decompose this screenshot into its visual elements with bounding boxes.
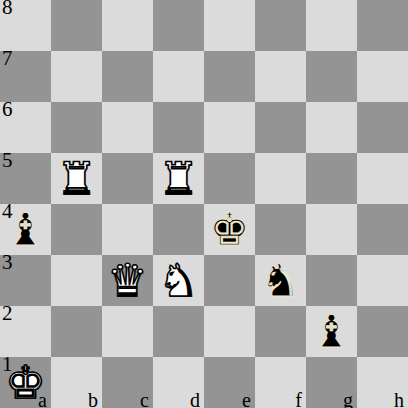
square-b6[interactable] — [51, 102, 102, 153]
square-f1[interactable]: f — [255, 357, 306, 408]
square-e4[interactable]: ♚ — [204, 204, 255, 255]
square-f7[interactable] — [255, 51, 306, 102]
square-a2[interactable]: 2 — [0, 306, 51, 357]
square-b5[interactable]: ♜ — [51, 153, 102, 204]
square-e1[interactable]: e — [204, 357, 255, 408]
rank-label-3: 3 — [2, 251, 13, 274]
rank-label-7: 7 — [2, 47, 13, 70]
square-d7[interactable] — [153, 51, 204, 102]
square-c1[interactable]: c — [102, 357, 153, 408]
rank-label-2: 2 — [2, 302, 13, 325]
square-e3[interactable] — [204, 255, 255, 306]
square-c5[interactable] — [102, 153, 153, 204]
file-label-h: h — [394, 389, 404, 408]
square-c4[interactable] — [102, 204, 153, 255]
square-e6[interactable] — [204, 102, 255, 153]
file-label-b: b — [88, 389, 98, 408]
piece-white-knight-d3[interactable]: ♞ — [153, 255, 204, 306]
square-h7[interactable] — [357, 51, 408, 102]
square-h6[interactable] — [357, 102, 408, 153]
square-d1[interactable]: d — [153, 357, 204, 408]
square-b2[interactable] — [51, 306, 102, 357]
piece-white-rook-b5[interactable]: ♜ — [51, 153, 102, 204]
piece-white-queen-c3[interactable]: ♛ — [102, 255, 153, 306]
square-c8[interactable] — [102, 0, 153, 51]
square-g3[interactable] — [306, 255, 357, 306]
square-a3[interactable]: 3 — [0, 255, 51, 306]
square-b4[interactable] — [51, 204, 102, 255]
square-c7[interactable] — [102, 51, 153, 102]
square-h2[interactable] — [357, 306, 408, 357]
square-g6[interactable] — [306, 102, 357, 153]
square-f3[interactable]: ♞ — [255, 255, 306, 306]
square-d8[interactable] — [153, 0, 204, 51]
square-e5[interactable] — [204, 153, 255, 204]
square-a5[interactable]: 5 — [0, 153, 51, 204]
square-a1[interactable]: 1a♚ — [0, 357, 51, 408]
square-a4[interactable]: 4♝ — [0, 204, 51, 255]
piece-black-bishop-g2[interactable]: ♝ — [306, 306, 357, 357]
square-f6[interactable] — [255, 102, 306, 153]
square-b3[interactable] — [51, 255, 102, 306]
square-f8[interactable] — [255, 0, 306, 51]
file-label-d: d — [190, 389, 200, 408]
piece-black-bishop-a4[interactable]: ♝ — [0, 204, 51, 255]
square-b8[interactable] — [51, 0, 102, 51]
square-h1[interactable]: h — [357, 357, 408, 408]
rank-label-5: 5 — [2, 149, 13, 172]
square-f2[interactable] — [255, 306, 306, 357]
piece-white-rook-d5[interactable]: ♜ — [153, 153, 204, 204]
square-h3[interactable] — [357, 255, 408, 306]
square-g7[interactable] — [306, 51, 357, 102]
square-h8[interactable] — [357, 0, 408, 51]
file-label-g: g — [343, 389, 353, 408]
rank-label-8: 8 — [2, 0, 13, 19]
square-d6[interactable] — [153, 102, 204, 153]
square-e8[interactable] — [204, 0, 255, 51]
file-label-e: e — [242, 389, 251, 408]
chess-board: 8765♜♜4♝♚3♛♞♞2♝1a♚bcdefgh — [0, 0, 408, 408]
file-label-c: c — [140, 389, 149, 408]
square-f5[interactable] — [255, 153, 306, 204]
square-g2[interactable]: ♝ — [306, 306, 357, 357]
rank-label-6: 6 — [2, 98, 13, 121]
square-g8[interactable] — [306, 0, 357, 51]
square-c6[interactable] — [102, 102, 153, 153]
square-b1[interactable]: b — [51, 357, 102, 408]
square-c3[interactable]: ♛ — [102, 255, 153, 306]
square-g1[interactable]: g — [306, 357, 357, 408]
square-a7[interactable]: 7 — [0, 51, 51, 102]
square-a8[interactable]: 8 — [0, 0, 51, 51]
square-e2[interactable] — [204, 306, 255, 357]
square-d3[interactable]: ♞ — [153, 255, 204, 306]
piece-black-knight-f3[interactable]: ♞ — [255, 255, 306, 306]
square-d5[interactable]: ♜ — [153, 153, 204, 204]
square-d4[interactable] — [153, 204, 204, 255]
square-h4[interactable] — [357, 204, 408, 255]
square-b7[interactable] — [51, 51, 102, 102]
square-a6[interactable]: 6 — [0, 102, 51, 153]
file-label-f: f — [295, 389, 302, 408]
square-g5[interactable] — [306, 153, 357, 204]
square-h5[interactable] — [357, 153, 408, 204]
square-d2[interactable] — [153, 306, 204, 357]
square-g4[interactable] — [306, 204, 357, 255]
piece-black-king-e4[interactable]: ♚ — [204, 204, 255, 255]
square-f4[interactable] — [255, 204, 306, 255]
piece-white-king-a1[interactable]: ♚ — [0, 357, 51, 408]
square-e7[interactable] — [204, 51, 255, 102]
square-c2[interactable] — [102, 306, 153, 357]
